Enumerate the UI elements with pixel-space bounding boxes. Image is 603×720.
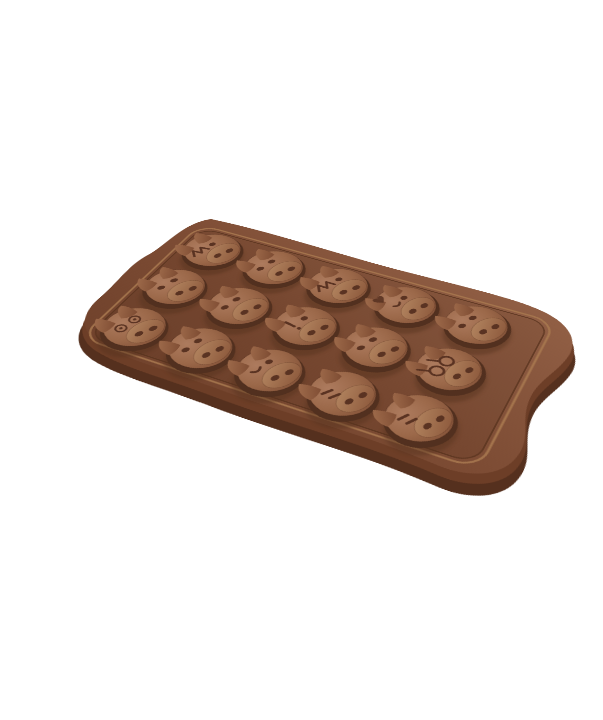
mold-tray-graphic [13,197,603,523]
product-photo [0,0,603,720]
mold-tray [13,197,603,523]
